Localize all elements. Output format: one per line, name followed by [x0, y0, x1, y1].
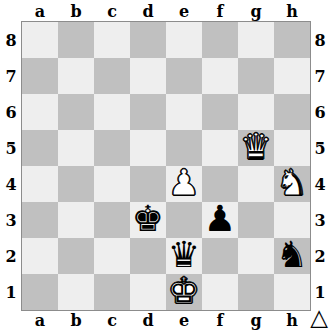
square-c8[interactable]	[94, 22, 130, 58]
rank-label-8-right: 8	[310, 22, 330, 58]
square-b3[interactable]	[58, 202, 94, 238]
square-c7[interactable]	[94, 58, 130, 94]
square-h7[interactable]	[274, 58, 310, 94]
square-c4[interactable]	[94, 166, 130, 202]
piece-white-queen[interactable]: ♛	[240, 129, 272, 165]
square-e8[interactable]	[166, 22, 202, 58]
square-b7[interactable]	[58, 58, 94, 94]
square-f4[interactable]	[202, 166, 238, 202]
piece-black-queen[interactable]: ♛	[168, 237, 200, 273]
file-label-e-top: e	[166, 0, 202, 22]
rank-label-6-right: 6	[310, 94, 330, 130]
square-b1[interactable]	[58, 274, 94, 310]
square-a2[interactable]	[22, 238, 58, 274]
square-a4[interactable]	[22, 166, 58, 202]
square-h4[interactable]: ♞	[274, 166, 310, 202]
square-e5[interactable]	[166, 130, 202, 166]
square-d3[interactable]: ♚	[130, 202, 166, 238]
square-g5[interactable]: ♛	[238, 130, 274, 166]
square-c1[interactable]	[94, 274, 130, 310]
piece-white-pawn[interactable]: ♟	[168, 165, 200, 201]
rank-label-5-left: 5	[0, 130, 22, 166]
rank-label-7-left: 7	[0, 58, 22, 94]
square-d4[interactable]	[130, 166, 166, 202]
rank-label-4-right: 4	[310, 166, 330, 202]
square-e3[interactable]	[166, 202, 202, 238]
file-label-b-bottom: b	[58, 310, 94, 330]
file-label-a-top: a	[22, 0, 58, 22]
square-g4[interactable]	[238, 166, 274, 202]
rank-label-2-left: 2	[0, 238, 22, 274]
piece-white-knight[interactable]: ♞	[276, 165, 308, 201]
square-h8[interactable]	[274, 22, 310, 58]
square-h6[interactable]	[274, 94, 310, 130]
square-c2[interactable]	[94, 238, 130, 274]
square-b2[interactable]	[58, 238, 94, 274]
square-e4[interactable]: ♟	[166, 166, 202, 202]
square-b8[interactable]	[58, 22, 94, 58]
square-d1[interactable]	[130, 274, 166, 310]
square-h1[interactable]	[274, 274, 310, 310]
square-b6[interactable]	[58, 94, 94, 130]
chess-diagram: aabbccddeeffgghh8877665544332211♛♟♞♚♟♛♞♚…	[0, 0, 330, 330]
square-a5[interactable]	[22, 130, 58, 166]
square-a6[interactable]	[22, 94, 58, 130]
rank-label-7-right: 7	[310, 58, 330, 94]
square-f1[interactable]	[202, 274, 238, 310]
piece-black-knight[interactable]: ♞	[276, 237, 308, 273]
rank-label-1-left: 1	[0, 274, 22, 310]
square-e1[interactable]: ♚	[166, 274, 202, 310]
square-e2[interactable]: ♛	[166, 238, 202, 274]
file-label-g-bottom: g	[238, 310, 274, 330]
white-to-move-indicator: △	[309, 307, 329, 328]
file-label-h-top: h	[274, 0, 310, 22]
file-label-b-top: b	[58, 0, 94, 22]
square-f6[interactable]	[202, 94, 238, 130]
square-f3[interactable]: ♟	[202, 202, 238, 238]
piece-black-king[interactable]: ♚	[132, 201, 164, 237]
square-c6[interactable]	[94, 94, 130, 130]
file-label-e-bottom: e	[166, 310, 202, 330]
piece-black-pawn[interactable]: ♟	[204, 201, 236, 237]
square-f5[interactable]	[202, 130, 238, 166]
rank-label-2-right: 2	[310, 238, 330, 274]
square-c5[interactable]	[94, 130, 130, 166]
square-a1[interactable]	[22, 274, 58, 310]
square-g7[interactable]	[238, 58, 274, 94]
rank-label-4-left: 4	[0, 166, 22, 202]
square-d5[interactable]	[130, 130, 166, 166]
square-d7[interactable]	[130, 58, 166, 94]
rank-label-6-left: 6	[0, 94, 22, 130]
file-label-h-bottom: h	[274, 310, 310, 330]
square-h3[interactable]	[274, 202, 310, 238]
rank-label-5-right: 5	[310, 130, 330, 166]
file-label-a-bottom: a	[22, 310, 58, 330]
square-d6[interactable]	[130, 94, 166, 130]
board-grid: aabbccddeeffgghh8877665544332211♛♟♞♚♟♛♞♚	[0, 0, 330, 330]
rank-label-8-left: 8	[0, 22, 22, 58]
file-label-d-bottom: d	[130, 310, 166, 330]
file-label-f-bottom: f	[202, 310, 238, 330]
square-b4[interactable]	[58, 166, 94, 202]
file-label-c-bottom: c	[94, 310, 130, 330]
rank-label-3-left: 3	[0, 202, 22, 238]
file-label-c-top: c	[94, 0, 130, 22]
file-label-g-top: g	[238, 0, 274, 22]
square-f7[interactable]	[202, 58, 238, 94]
file-label-d-top: d	[130, 0, 166, 22]
square-h5[interactable]	[274, 130, 310, 166]
square-d8[interactable]	[130, 22, 166, 58]
square-a7[interactable]	[22, 58, 58, 94]
square-g2[interactable]	[238, 238, 274, 274]
square-e6[interactable]	[166, 94, 202, 130]
square-d2[interactable]	[130, 238, 166, 274]
rank-label-3-right: 3	[310, 202, 330, 238]
square-g3[interactable]	[238, 202, 274, 238]
piece-white-king[interactable]: ♚	[168, 273, 200, 309]
file-label-f-top: f	[202, 0, 238, 22]
square-c3[interactable]	[94, 202, 130, 238]
square-h2[interactable]: ♞	[274, 238, 310, 274]
square-a8[interactable]	[22, 22, 58, 58]
square-f2[interactable]	[202, 238, 238, 274]
square-f8[interactable]	[202, 22, 238, 58]
square-g6[interactable]	[238, 94, 274, 130]
square-a3[interactable]	[22, 202, 58, 238]
square-e7[interactable]	[166, 58, 202, 94]
square-g8[interactable]	[238, 22, 274, 58]
square-g1[interactable]	[238, 274, 274, 310]
square-b5[interactable]	[58, 130, 94, 166]
